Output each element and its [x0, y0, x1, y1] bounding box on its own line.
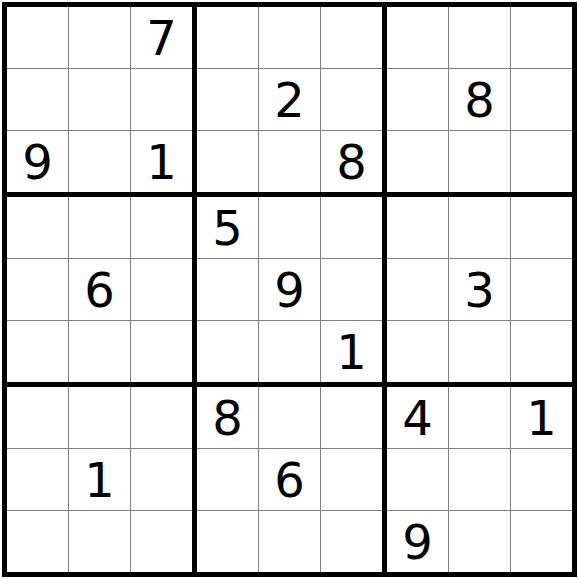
cell-r5c2[interactable]: 6 — [69, 259, 130, 320]
cell-r1c3[interactable]: 7 — [131, 7, 192, 68]
sudoku-box-1: 791 — [7, 7, 192, 192]
cell-r4c6[interactable] — [321, 197, 382, 258]
cell-r3c9[interactable] — [511, 131, 572, 192]
cell-r4c1[interactable] — [7, 197, 68, 258]
cell-r6c3[interactable] — [131, 321, 192, 382]
cell-r6c7[interactable] — [387, 321, 448, 382]
cell-r5c7[interactable] — [387, 259, 448, 320]
cell-r2c9[interactable] — [511, 69, 572, 130]
cell-r5c1[interactable] — [7, 259, 68, 320]
sudoku-box-9: 419 — [387, 387, 572, 572]
sudoku-box-4: 6 — [7, 197, 192, 382]
cell-r1c7[interactable] — [387, 7, 448, 68]
cell-r8c8[interactable] — [449, 449, 510, 510]
cell-r5c6[interactable] — [321, 259, 382, 320]
cell-r9c8[interactable] — [449, 511, 510, 572]
cell-r5c8[interactable]: 3 — [449, 259, 510, 320]
cell-r9c9[interactable] — [511, 511, 572, 572]
cell-r2c8[interactable]: 8 — [449, 69, 510, 130]
cell-r4c7[interactable] — [387, 197, 448, 258]
cell-r8c7[interactable] — [387, 449, 448, 510]
cell-r4c8[interactable] — [449, 197, 510, 258]
cell-r2c6[interactable] — [321, 69, 382, 130]
cell-r4c2[interactable] — [69, 197, 130, 258]
cell-r9c1[interactable] — [7, 511, 68, 572]
cell-r6c5[interactable] — [259, 321, 320, 382]
cell-r3c5[interactable] — [259, 131, 320, 192]
cell-r7c8[interactable] — [449, 387, 510, 448]
cell-r7c7[interactable]: 4 — [387, 387, 448, 448]
cell-r5c3[interactable] — [131, 259, 192, 320]
cell-r3c8[interactable] — [449, 131, 510, 192]
cell-r8c6[interactable] — [321, 449, 382, 510]
cell-r9c6[interactable] — [321, 511, 382, 572]
cell-r1c4[interactable] — [197, 7, 258, 68]
cell-r8c2[interactable]: 1 — [69, 449, 130, 510]
cell-r1c8[interactable] — [449, 7, 510, 68]
cell-r5c9[interactable] — [511, 259, 572, 320]
cell-r1c6[interactable] — [321, 7, 382, 68]
cell-r8c1[interactable] — [7, 449, 68, 510]
cell-r8c5[interactable]: 6 — [259, 449, 320, 510]
cell-r7c1[interactable] — [7, 387, 68, 448]
sudoku-box-6: 3 — [387, 197, 572, 382]
cell-r3c4[interactable] — [197, 131, 258, 192]
cell-r9c5[interactable] — [259, 511, 320, 572]
cell-r3c3[interactable]: 1 — [131, 131, 192, 192]
sudoku-box-3: 8 — [387, 7, 572, 192]
cell-r6c6[interactable]: 1 — [321, 321, 382, 382]
cell-r4c5[interactable] — [259, 197, 320, 258]
cell-r6c2[interactable] — [69, 321, 130, 382]
cell-r3c2[interactable] — [69, 131, 130, 192]
cell-r5c5[interactable]: 9 — [259, 259, 320, 320]
cell-r2c1[interactable] — [7, 69, 68, 130]
cell-r2c3[interactable] — [131, 69, 192, 130]
cell-r9c3[interactable] — [131, 511, 192, 572]
cell-r2c4[interactable] — [197, 69, 258, 130]
cell-r8c3[interactable] — [131, 449, 192, 510]
sudoku-box-7: 1 — [7, 387, 192, 572]
cell-r1c2[interactable] — [69, 7, 130, 68]
cell-r7c5[interactable] — [259, 387, 320, 448]
cell-r7c3[interactable] — [131, 387, 192, 448]
cell-r6c8[interactable] — [449, 321, 510, 382]
cell-r7c2[interactable] — [69, 387, 130, 448]
cell-r1c5[interactable] — [259, 7, 320, 68]
cell-r3c1[interactable]: 9 — [7, 131, 68, 192]
cell-r9c2[interactable] — [69, 511, 130, 572]
cell-r2c7[interactable] — [387, 69, 448, 130]
cell-r7c9[interactable]: 1 — [511, 387, 572, 448]
cell-r3c6[interactable]: 8 — [321, 131, 382, 192]
sudoku-box-5: 591 — [197, 197, 382, 382]
cell-r6c9[interactable] — [511, 321, 572, 382]
cell-r8c4[interactable] — [197, 449, 258, 510]
cell-r7c4[interactable]: 8 — [197, 387, 258, 448]
cell-r4c9[interactable] — [511, 197, 572, 258]
cell-r9c7[interactable]: 9 — [387, 511, 448, 572]
cell-r6c1[interactable] — [7, 321, 68, 382]
sudoku-box-2: 28 — [197, 7, 382, 192]
cell-r3c7[interactable] — [387, 131, 448, 192]
cell-r7c6[interactable] — [321, 387, 382, 448]
cell-r2c5[interactable]: 2 — [259, 69, 320, 130]
cell-r5c4[interactable] — [197, 259, 258, 320]
sudoku-box-8: 86 — [197, 387, 382, 572]
cell-r2c2[interactable] — [69, 69, 130, 130]
cell-r9c4[interactable] — [197, 511, 258, 572]
cell-r8c9[interactable] — [511, 449, 572, 510]
cell-r6c4[interactable] — [197, 321, 258, 382]
sudoku-board: 79128865913186419 — [2, 2, 577, 577]
cell-r4c3[interactable] — [131, 197, 192, 258]
cell-r4c4[interactable]: 5 — [197, 197, 258, 258]
cell-r1c9[interactable] — [511, 7, 572, 68]
cell-r1c1[interactable] — [7, 7, 68, 68]
